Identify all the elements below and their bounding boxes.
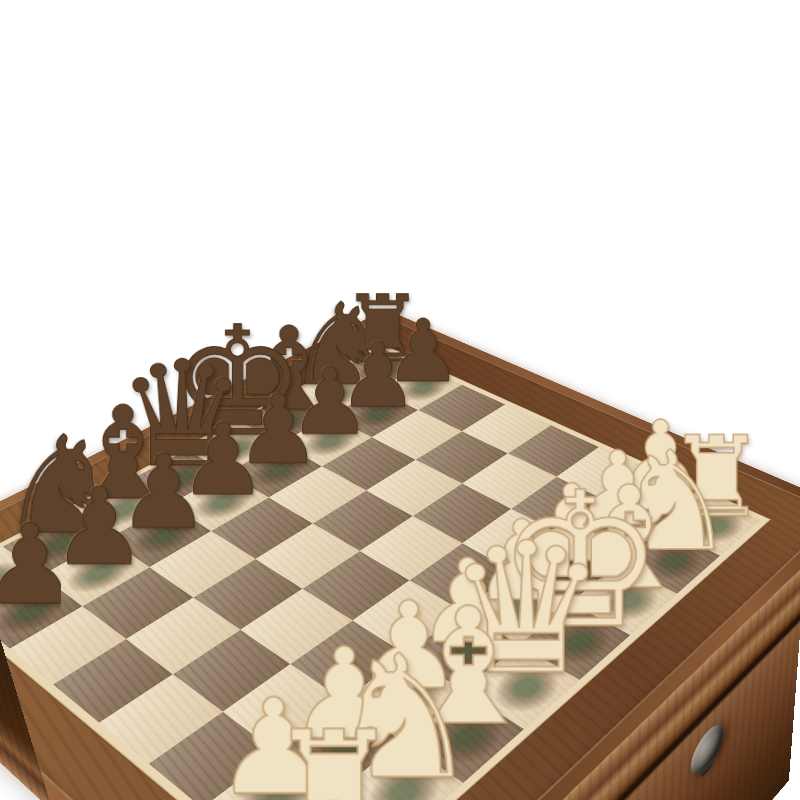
chess-box: ♜♞♝♛♚♝♞♜♟♟♟♟♟♟♟♟♟♟♟♟♟♟♟♟♜♞♝♛♚♝♞♜	[0, 309, 800, 800]
drawer-knob[interactable]	[690, 715, 723, 784]
product-photo-scene: ♜♞♝♛♚♝♞♜♟♟♟♟♟♟♟♟♟♟♟♟♟♟♟♟♜♞♝♛♚♝♞♜	[0, 0, 800, 800]
piece-white-rook-a1[interactable]: ♜	[266, 712, 401, 800]
